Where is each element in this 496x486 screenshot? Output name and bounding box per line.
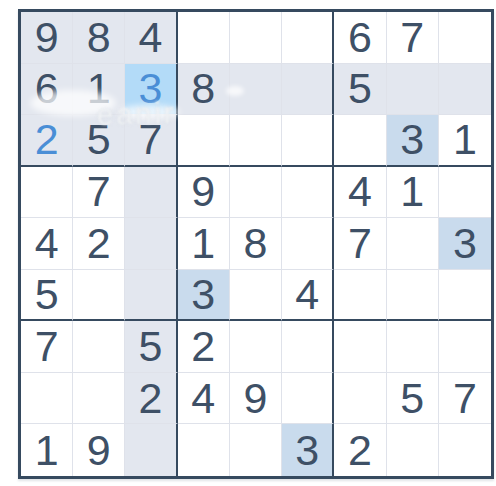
- cell-r9c3[interactable]: [125, 424, 177, 476]
- cell-r3c2[interactable]: 5: [73, 115, 125, 167]
- cell-r9c9[interactable]: [439, 424, 491, 476]
- cell-r3c1[interactable]: 2: [21, 115, 73, 167]
- cell-r4c8[interactable]: 1: [387, 167, 439, 219]
- cell-r3c8[interactable]: 3: [387, 115, 439, 167]
- cell-r1c8[interactable]: 7: [387, 12, 439, 64]
- cell-r5c2[interactable]: 2: [73, 218, 125, 270]
- cell-r4c4[interactable]: 9: [178, 167, 230, 219]
- cell-r5c7[interactable]: 7: [334, 218, 386, 270]
- cell-r9c2[interactable]: 9: [73, 424, 125, 476]
- cell-r2c1[interactable]: 6: [21, 64, 73, 116]
- cell-r8c4[interactable]: 4: [178, 373, 230, 425]
- cell-r2c2[interactable]: 1: [73, 64, 125, 116]
- sudoku-board: 9846761385257317941421873534752249571932: [18, 9, 494, 479]
- cell-r7c7[interactable]: [334, 321, 386, 373]
- cell-r4c3[interactable]: [125, 167, 177, 219]
- cell-r9c6[interactable]: 3: [282, 424, 334, 476]
- cell-r5c9[interactable]: 3: [439, 218, 491, 270]
- cell-r8c7[interactable]: [334, 373, 386, 425]
- cell-r8c8[interactable]: 5: [387, 373, 439, 425]
- cell-r7c1[interactable]: 7: [21, 321, 73, 373]
- cell-r6c6[interactable]: 4: [282, 270, 334, 322]
- cell-r8c3[interactable]: 2: [125, 373, 177, 425]
- cell-r3c5[interactable]: [230, 115, 282, 167]
- cell-r9c7[interactable]: 2: [334, 424, 386, 476]
- cell-r4c7[interactable]: 4: [334, 167, 386, 219]
- cell-r5c8[interactable]: [387, 218, 439, 270]
- cell-r2c5[interactable]: [230, 64, 282, 116]
- cell-r1c6[interactable]: [282, 12, 334, 64]
- cell-r7c6[interactable]: [282, 321, 334, 373]
- cell-r8c9[interactable]: 7: [439, 373, 491, 425]
- cell-r2c3[interactable]: 3: [125, 64, 177, 116]
- cell-r6c1[interactable]: 5: [21, 270, 73, 322]
- cell-r9c5[interactable]: [230, 424, 282, 476]
- cell-r1c2[interactable]: 8: [73, 12, 125, 64]
- cell-r1c5[interactable]: [230, 12, 282, 64]
- cell-r2c7[interactable]: 5: [334, 64, 386, 116]
- cell-r5c5[interactable]: 8: [230, 218, 282, 270]
- cell-r5c6[interactable]: [282, 218, 334, 270]
- cell-r7c4[interactable]: 2: [178, 321, 230, 373]
- cell-r1c3[interactable]: 4: [125, 12, 177, 64]
- cell-r2c6[interactable]: [282, 64, 334, 116]
- cell-r5c1[interactable]: 4: [21, 218, 73, 270]
- cell-r2c8[interactable]: [387, 64, 439, 116]
- cell-r7c8[interactable]: [387, 321, 439, 373]
- cell-r3c7[interactable]: [334, 115, 386, 167]
- cell-r4c1[interactable]: [21, 167, 73, 219]
- cell-r1c9[interactable]: [439, 12, 491, 64]
- cell-r3c3[interactable]: 7: [125, 115, 177, 167]
- cell-r9c4[interactable]: [178, 424, 230, 476]
- cell-r5c3[interactable]: [125, 218, 177, 270]
- cell-r7c2[interactable]: [73, 321, 125, 373]
- cell-r1c7[interactable]: 6: [334, 12, 386, 64]
- cell-r3c9[interactable]: 1: [439, 115, 491, 167]
- cell-r8c5[interactable]: 9: [230, 373, 282, 425]
- cell-r7c3[interactable]: 5: [125, 321, 177, 373]
- cell-r8c1[interactable]: [21, 373, 73, 425]
- cell-r7c5[interactable]: [230, 321, 282, 373]
- sudoku-grid: 9846761385257317941421873534752249571932: [21, 12, 491, 476]
- cell-r4c2[interactable]: 7: [73, 167, 125, 219]
- cell-r4c5[interactable]: [230, 167, 282, 219]
- cell-r6c2[interactable]: [73, 270, 125, 322]
- cell-r8c2[interactable]: [73, 373, 125, 425]
- cell-r1c4[interactable]: [178, 12, 230, 64]
- cell-r5c4[interactable]: 1: [178, 218, 230, 270]
- cell-r9c1[interactable]: 1: [21, 424, 73, 476]
- cell-r3c4[interactable]: [178, 115, 230, 167]
- cell-r2c9[interactable]: [439, 64, 491, 116]
- cell-r3c6[interactable]: [282, 115, 334, 167]
- cell-r6c5[interactable]: [230, 270, 282, 322]
- cell-r6c9[interactable]: [439, 270, 491, 322]
- cell-r7c9[interactable]: [439, 321, 491, 373]
- cell-r6c8[interactable]: [387, 270, 439, 322]
- cell-r9c8[interactable]: [387, 424, 439, 476]
- cell-r8c6[interactable]: [282, 373, 334, 425]
- cell-r6c4[interactable]: 3: [178, 270, 230, 322]
- cell-r6c7[interactable]: [334, 270, 386, 322]
- cell-r4c6[interactable]: [282, 167, 334, 219]
- cell-r1c1[interactable]: 9: [21, 12, 73, 64]
- cell-r4c9[interactable]: [439, 167, 491, 219]
- cell-r2c4[interactable]: 8: [178, 64, 230, 116]
- cell-r6c3[interactable]: [125, 270, 177, 322]
